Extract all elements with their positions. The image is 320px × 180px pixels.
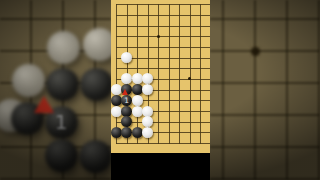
white-stone [132, 73, 143, 84]
white-stone [142, 116, 153, 127]
black-stone [121, 106, 132, 117]
bg-white-stone [12, 64, 45, 97]
bg-grid-line [210, 18, 320, 20]
bg-grid-line [254, 0, 256, 180]
white-stone [121, 52, 132, 63]
white-stone [142, 106, 153, 117]
grid-line [116, 143, 210, 144]
bg-grid-line [210, 50, 320, 52]
bg-grid-line [210, 82, 320, 84]
video-frame: 1 1 [0, 0, 320, 180]
bg-black-stone [45, 139, 78, 172]
black-stone [121, 127, 132, 138]
move-number-label: 1 [121, 95, 132, 106]
grid-line [116, 36, 210, 37]
white-stone [111, 106, 122, 117]
bg-grid-line [286, 0, 288, 180]
bg-grid-line [210, 146, 320, 148]
white-stone [142, 73, 153, 84]
bg-grid-line [210, 114, 320, 116]
bg-black-stone [80, 68, 112, 101]
white-stone [142, 127, 153, 138]
bg-white-stone [47, 31, 80, 64]
bg-grid-line [210, 178, 320, 180]
bg-black-stone [79, 140, 112, 173]
bg-grid-line [0, 18, 111, 20]
background-board-right [210, 0, 320, 180]
bg-white-stone [83, 28, 112, 61]
white-stone [111, 84, 122, 95]
white-stone [132, 95, 143, 106]
video-column: 1 [111, 0, 210, 180]
black-stone [111, 127, 122, 138]
white-stone [132, 106, 143, 117]
black-stone [111, 95, 122, 106]
background-right-content [210, 0, 320, 180]
grid-line [116, 4, 210, 5]
white-stone [142, 84, 153, 95]
grid-line [116, 26, 210, 27]
black-stone [132, 127, 143, 138]
white-stone [121, 73, 132, 84]
grid-line [116, 68, 210, 69]
bg-red-triangle-marker [34, 96, 54, 113]
background-board-left: 1 [0, 0, 111, 180]
grid-line [116, 15, 210, 16]
bottom-black-bar [111, 153, 210, 180]
background-left-content: 1 [0, 0, 111, 180]
grid-line [116, 47, 210, 48]
bg-grid-line [222, 0, 224, 180]
black-stone [132, 84, 143, 95]
go-board: 1 [111, 0, 210, 153]
bg-star-point [251, 47, 260, 56]
bg-grid-line [0, 178, 111, 180]
black-stone [121, 116, 132, 127]
star-point [157, 35, 160, 38]
